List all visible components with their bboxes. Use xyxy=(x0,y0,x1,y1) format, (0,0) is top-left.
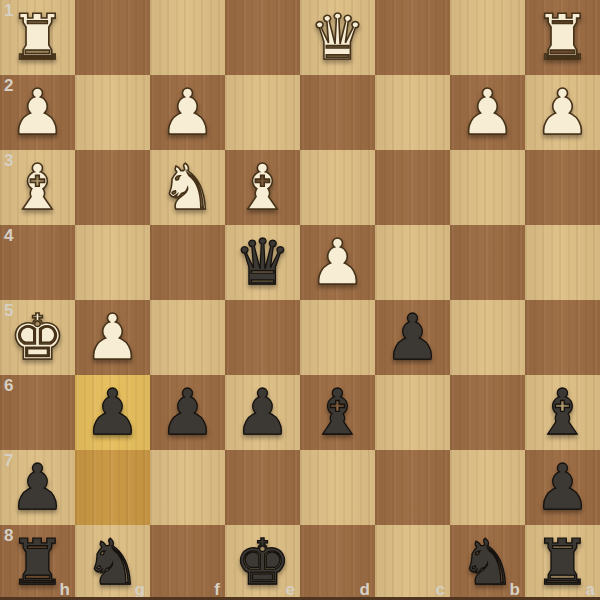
piece-white-rook[interactable]: ♜ xyxy=(534,0,590,75)
rank-label-4: 4 xyxy=(4,226,13,246)
square-c8[interactable]: c xyxy=(375,525,450,600)
piece-white-pawn[interactable]: ♟ xyxy=(534,75,590,150)
square-h3[interactable]: 3♝ xyxy=(0,150,75,225)
square-a8[interactable]: a♜ xyxy=(525,525,600,600)
piece-black-pawn[interactable]: ♟ xyxy=(534,450,590,525)
square-c3[interactable] xyxy=(375,150,450,225)
square-c7[interactable] xyxy=(375,450,450,525)
square-a1[interactable]: ♜ xyxy=(525,0,600,75)
square-h8[interactable]: 8h♜ xyxy=(0,525,75,600)
piece-black-pawn[interactable]: ♟ xyxy=(9,450,65,525)
square-g6[interactable]: ♟ xyxy=(75,375,150,450)
square-f8[interactable]: f xyxy=(150,525,225,600)
rank-label-6: 6 xyxy=(4,376,13,396)
piece-white-pawn[interactable]: ♟ xyxy=(9,75,65,150)
square-h6[interactable]: 6 xyxy=(0,375,75,450)
square-f1[interactable] xyxy=(150,0,225,75)
piece-black-pawn[interactable]: ♟ xyxy=(84,375,140,450)
square-b2[interactable]: ♟ xyxy=(450,75,525,150)
piece-black-rook[interactable]: ♜ xyxy=(9,525,65,600)
square-b6[interactable] xyxy=(450,375,525,450)
piece-white-bishop[interactable]: ♝ xyxy=(234,150,290,225)
square-a5[interactable] xyxy=(525,300,600,375)
square-b1[interactable] xyxy=(450,0,525,75)
square-a6[interactable]: ♝ xyxy=(525,375,600,450)
piece-white-bishop[interactable]: ♝ xyxy=(9,150,65,225)
piece-black-bishop[interactable]: ♝ xyxy=(309,375,365,450)
rank-label-3: 3 xyxy=(4,151,13,171)
piece-black-knight[interactable]: ♞ xyxy=(459,525,515,600)
square-f6[interactable]: ♟ xyxy=(150,375,225,450)
square-f7[interactable] xyxy=(150,450,225,525)
piece-white-rook[interactable]: ♜ xyxy=(9,0,65,75)
square-d6[interactable]: ♝ xyxy=(300,375,375,450)
square-b4[interactable] xyxy=(450,225,525,300)
square-g8[interactable]: g♞ xyxy=(75,525,150,600)
square-g5[interactable]: ♟ xyxy=(75,300,150,375)
piece-white-queen[interactable]: ♛ xyxy=(309,0,365,75)
square-d1[interactable]: ♛ xyxy=(300,0,375,75)
square-e4[interactable]: ♛ xyxy=(225,225,300,300)
square-a7[interactable]: ♟ xyxy=(525,450,600,525)
square-h4[interactable]: 4 xyxy=(0,225,75,300)
piece-white-pawn[interactable]: ♟ xyxy=(159,75,215,150)
rank-label-5: 5 xyxy=(4,301,13,321)
square-d4[interactable]: ♟ xyxy=(300,225,375,300)
piece-black-queen[interactable]: ♛ xyxy=(234,225,290,300)
square-h7[interactable]: 7♟ xyxy=(0,450,75,525)
chess-board: 1♜♛♜2♟♟♟♟3♝♞♝4♛♟5♚♟♟6♟♟♟♝♝7♟♟8h♜g♞fe♚dcb… xyxy=(0,0,600,600)
rank-label-1: 1 xyxy=(4,1,13,21)
square-c5[interactable]: ♟ xyxy=(375,300,450,375)
piece-black-bishop[interactable]: ♝ xyxy=(534,375,590,450)
square-e1[interactable] xyxy=(225,0,300,75)
square-e3[interactable]: ♝ xyxy=(225,150,300,225)
square-b5[interactable] xyxy=(450,300,525,375)
square-c4[interactable] xyxy=(375,225,450,300)
square-g1[interactable] xyxy=(75,0,150,75)
square-b3[interactable] xyxy=(450,150,525,225)
rank-label-2: 2 xyxy=(4,76,13,96)
square-b7[interactable] xyxy=(450,450,525,525)
rank-label-7: 7 xyxy=(4,451,13,471)
piece-white-pawn[interactable]: ♟ xyxy=(84,300,140,375)
piece-white-knight[interactable]: ♞ xyxy=(159,150,215,225)
piece-black-king[interactable]: ♚ xyxy=(234,525,290,600)
square-b8[interactable]: b♞ xyxy=(450,525,525,600)
square-f5[interactable] xyxy=(150,300,225,375)
rank-label-8: 8 xyxy=(4,526,13,546)
square-d7[interactable] xyxy=(300,450,375,525)
piece-black-pawn[interactable]: ♟ xyxy=(384,300,440,375)
piece-white-pawn[interactable]: ♟ xyxy=(309,225,365,300)
square-f3[interactable]: ♞ xyxy=(150,150,225,225)
piece-black-rook[interactable]: ♜ xyxy=(534,525,590,600)
square-e5[interactable] xyxy=(225,300,300,375)
square-e2[interactable] xyxy=(225,75,300,150)
square-f4[interactable] xyxy=(150,225,225,300)
square-a2[interactable]: ♟ xyxy=(525,75,600,150)
square-g2[interactable] xyxy=(75,75,150,150)
square-a3[interactable] xyxy=(525,150,600,225)
square-g4[interactable] xyxy=(75,225,150,300)
square-d5[interactable] xyxy=(300,300,375,375)
square-a4[interactable] xyxy=(525,225,600,300)
square-g3[interactable] xyxy=(75,150,150,225)
square-e7[interactable] xyxy=(225,450,300,525)
square-f2[interactable]: ♟ xyxy=(150,75,225,150)
square-h1[interactable]: 1♜ xyxy=(0,0,75,75)
square-g7[interactable] xyxy=(75,450,150,525)
square-d3[interactable] xyxy=(300,150,375,225)
square-d2[interactable] xyxy=(300,75,375,150)
square-c2[interactable] xyxy=(375,75,450,150)
chess-board-wrapper: 1♜♛♜2♟♟♟♟3♝♞♝4♛♟5♚♟♟6♟♟♟♝♝7♟♟8h♜g♞fe♚dcb… xyxy=(0,0,600,600)
square-e6[interactable]: ♟ xyxy=(225,375,300,450)
piece-black-pawn[interactable]: ♟ xyxy=(234,375,290,450)
piece-black-knight[interactable]: ♞ xyxy=(84,525,140,600)
square-h5[interactable]: 5♚ xyxy=(0,300,75,375)
square-d8[interactable]: d xyxy=(300,525,375,600)
piece-white-pawn[interactable]: ♟ xyxy=(459,75,515,150)
piece-white-king[interactable]: ♚ xyxy=(9,300,65,375)
square-e8[interactable]: e♚ xyxy=(225,525,300,600)
square-c6[interactable] xyxy=(375,375,450,450)
square-c1[interactable] xyxy=(375,0,450,75)
piece-black-pawn[interactable]: ♟ xyxy=(159,375,215,450)
square-h2[interactable]: 2♟ xyxy=(0,75,75,150)
